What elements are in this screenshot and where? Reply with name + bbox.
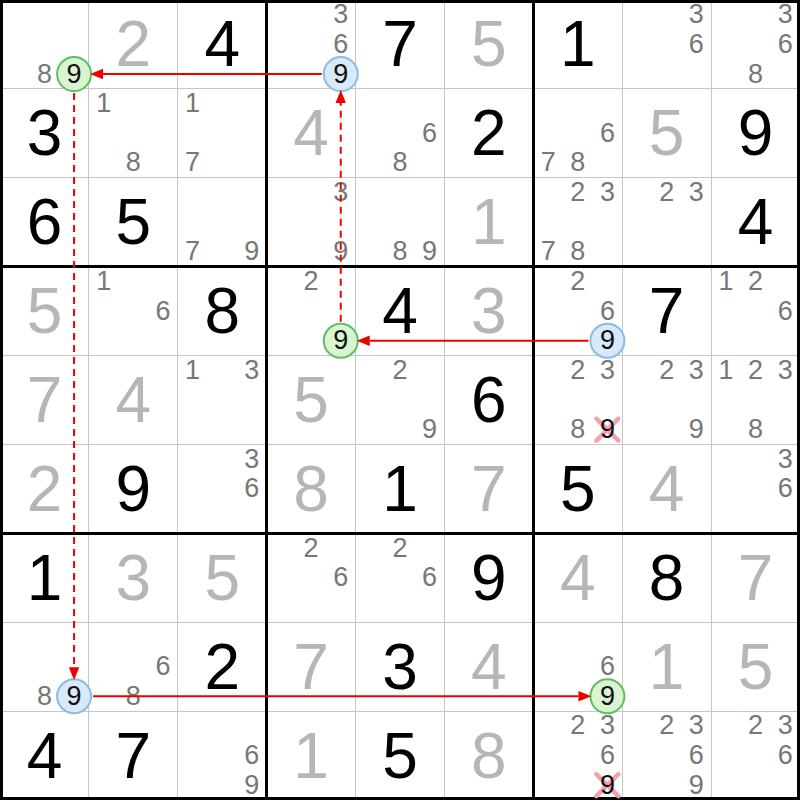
cell-r8c4[interactable]: 7 xyxy=(267,622,356,711)
placed-digit: 3 xyxy=(471,279,507,343)
candidate-2[interactable]: 2 xyxy=(741,267,771,297)
cell-r3c5[interactable]: 89 xyxy=(356,178,445,267)
placed-digit: 3 xyxy=(382,635,418,699)
candidate-6[interactable]: 6 xyxy=(237,474,267,504)
cell-r4c4[interactable]: 29 xyxy=(267,267,356,356)
placed-digit: 9 xyxy=(471,546,507,610)
cell-r4c7[interactable]: 269 xyxy=(533,267,622,356)
pencil-marks: 68 xyxy=(89,622,178,711)
candidate-9[interactable]: 9 xyxy=(681,415,711,445)
cell-r8c7[interactable]: 69 xyxy=(533,622,622,711)
placed-digit: 5 xyxy=(204,546,240,610)
candidate-2[interactable]: 2 xyxy=(652,178,682,208)
pencil-marks: 69 xyxy=(178,711,267,800)
placed-digit: 5 xyxy=(27,279,63,343)
candidate-8[interactable]: 8 xyxy=(30,59,60,89)
candidate-3[interactable]: 3 xyxy=(237,444,267,474)
cell-r9c6[interactable]: 8 xyxy=(444,711,533,800)
candidate-3[interactable]: 3 xyxy=(770,444,800,474)
cell-r6c8[interactable]: 4 xyxy=(622,444,711,533)
cell-r5c6[interactable]: 6 xyxy=(444,356,533,445)
candidate-8[interactable]: 8 xyxy=(741,59,771,89)
cell-r7c4[interactable]: 26 xyxy=(267,533,356,622)
pencil-marks: 239 xyxy=(622,356,711,445)
candidate-9[interactable]: 9 xyxy=(415,237,445,267)
cells-grid: 8924369751363683181746826785965793989123… xyxy=(0,0,800,800)
placed-digit: 8 xyxy=(293,457,329,521)
cell-r6c3[interactable]: 36 xyxy=(178,444,267,533)
candidate-2[interactable]: 2 xyxy=(741,356,771,386)
placed-digit: 3 xyxy=(27,101,63,165)
placed-digit: 8 xyxy=(471,724,507,788)
pencil-marks: 369 xyxy=(267,0,356,89)
candidate-6[interactable]: 6 xyxy=(770,474,800,504)
cell-r6c6[interactable]: 7 xyxy=(444,444,533,533)
placed-digit: 2 xyxy=(116,12,152,76)
placed-digit: 6 xyxy=(27,190,63,254)
placed-digit: 7 xyxy=(116,724,152,788)
pencil-marks: 2369 xyxy=(622,711,711,800)
placed-digit: 7 xyxy=(27,368,63,432)
cell-r2c4[interactable]: 4 xyxy=(267,89,356,178)
candidate-6[interactable]: 6 xyxy=(237,741,267,771)
candidate-1[interactable]: 1 xyxy=(711,267,741,297)
candidate-2[interactable]: 2 xyxy=(563,711,593,741)
candidate-3[interactable]: 3 xyxy=(681,711,711,741)
pencil-marks: 18 xyxy=(89,89,178,178)
cell-r6c9[interactable]: 36 xyxy=(711,444,800,533)
cell-r4c8[interactable]: 7 xyxy=(622,267,711,356)
placed-digit: 5 xyxy=(293,368,329,432)
candidate-8[interactable]: 8 xyxy=(563,148,593,178)
cell-r1c2[interactable]: 2 xyxy=(89,0,178,89)
cell-r7c7[interactable]: 4 xyxy=(533,533,622,622)
placed-digit: 1 xyxy=(560,12,596,76)
placed-digit: 5 xyxy=(560,457,596,521)
cell-r3c3[interactable]: 79 xyxy=(178,178,267,267)
pencil-marks: 2378 xyxy=(533,178,622,267)
cell-r5c9[interactable]: 1238 xyxy=(711,356,800,445)
cell-r3c2[interactable]: 5 xyxy=(89,178,178,267)
candidate-6[interactable]: 6 xyxy=(593,119,623,149)
placed-digit: 2 xyxy=(204,635,240,699)
candidate-6[interactable]: 6 xyxy=(148,296,178,326)
cell-r8c8[interactable]: 1 xyxy=(622,622,711,711)
candidate-1[interactable]: 1 xyxy=(89,267,119,297)
candidate-9[interactable]: 9 xyxy=(237,770,267,800)
placed-digit: 7 xyxy=(738,546,774,610)
candidate-6[interactable]: 6 xyxy=(770,741,800,771)
sudoku-board: 8924369751363683181746826785965793989123… xyxy=(0,0,800,800)
cell-r1c3[interactable]: 4 xyxy=(178,0,267,89)
candidate-2[interactable]: 2 xyxy=(652,356,682,386)
candidate-1[interactable]: 1 xyxy=(89,89,119,119)
placed-digit: 1 xyxy=(649,635,685,699)
pencil-marks: 36 xyxy=(711,444,800,533)
cell-r3c8[interactable]: 23 xyxy=(622,178,711,267)
cell-r7c3[interactable]: 5 xyxy=(178,533,267,622)
candidate-9[interactable]: 9 xyxy=(326,59,356,89)
candidate-3[interactable]: 3 xyxy=(681,178,711,208)
candidate-3[interactable]: 3 xyxy=(770,356,800,386)
candidate-6[interactable]: 6 xyxy=(415,119,445,149)
cell-r2c9[interactable]: 9 xyxy=(711,89,800,178)
cell-r2c1[interactable]: 3 xyxy=(0,89,89,178)
candidate-9[interactable]: 9 xyxy=(593,415,623,445)
placed-digit: 4 xyxy=(471,635,507,699)
pencil-marks: 39 xyxy=(267,178,356,267)
candidate-9[interactable]: 9 xyxy=(593,770,623,800)
placed-digit: 4 xyxy=(27,724,63,788)
placed-digit: 3 xyxy=(116,546,152,610)
candidate-9[interactable]: 9 xyxy=(59,681,89,711)
candidate-2[interactable]: 2 xyxy=(296,533,326,563)
cell-r9c7[interactable]: 2369 xyxy=(533,711,622,800)
candidate-8[interactable]: 8 xyxy=(563,415,593,445)
cell-r9c3[interactable]: 69 xyxy=(178,711,267,800)
candidate-6[interactable]: 6 xyxy=(681,30,711,60)
cell-r5c3[interactable]: 13 xyxy=(178,356,267,445)
pencil-marks: 17 xyxy=(178,89,267,178)
candidate-8[interactable]: 8 xyxy=(741,415,771,445)
pencil-marks: 26 xyxy=(267,533,356,622)
cell-r5c2[interactable]: 4 xyxy=(89,356,178,445)
candidate-3[interactable]: 3 xyxy=(770,0,800,30)
candidate-7[interactable]: 7 xyxy=(533,148,563,178)
cell-r1c8[interactable]: 36 xyxy=(622,0,711,89)
pencil-marks: 2389 xyxy=(533,356,622,445)
pencil-marks: 16 xyxy=(89,267,178,356)
pencil-marks: 68 xyxy=(356,89,445,178)
pencil-marks: 236 xyxy=(711,711,800,800)
candidate-3[interactable]: 3 xyxy=(593,711,623,741)
placed-digit: 5 xyxy=(738,635,774,699)
candidate-7[interactable]: 7 xyxy=(178,237,208,267)
candidate-1[interactable]: 1 xyxy=(178,356,208,386)
candidate-9[interactable]: 9 xyxy=(593,681,623,711)
cell-r7c1[interactable]: 1 xyxy=(0,533,89,622)
pencil-marks: 269 xyxy=(533,267,622,356)
candidate-3[interactable]: 3 xyxy=(593,356,623,386)
placed-digit: 4 xyxy=(382,279,418,343)
candidate-3[interactable]: 3 xyxy=(593,178,623,208)
placed-digit: 5 xyxy=(116,190,152,254)
cell-r4c9[interactable]: 126 xyxy=(711,267,800,356)
candidate-3[interactable]: 3 xyxy=(237,356,267,386)
cell-r7c9[interactable]: 7 xyxy=(711,533,800,622)
cell-r8c5[interactable]: 3 xyxy=(356,622,445,711)
cell-r8c9[interactable]: 5 xyxy=(711,622,800,711)
candidate-2[interactable]: 2 xyxy=(563,267,593,297)
candidate-8[interactable]: 8 xyxy=(385,237,415,267)
cell-r1c7[interactable]: 1 xyxy=(533,0,622,89)
cell-r6c1[interactable]: 2 xyxy=(0,444,89,533)
placed-digit: 1 xyxy=(471,190,507,254)
cell-r9c4[interactable]: 1 xyxy=(267,711,356,800)
pencil-marks: 1238 xyxy=(711,356,800,445)
cell-r1c9[interactable]: 368 xyxy=(711,0,800,89)
pencil-marks: 36 xyxy=(178,444,267,533)
pencil-marks: 89 xyxy=(0,0,89,89)
candidate-6[interactable]: 6 xyxy=(770,30,800,60)
cell-r3c9[interactable]: 4 xyxy=(711,178,800,267)
candidate-2[interactable]: 2 xyxy=(563,356,593,386)
pencil-marks: 13 xyxy=(178,356,267,445)
candidate-2[interactable]: 2 xyxy=(741,711,771,741)
cell-r8c6[interactable]: 4 xyxy=(444,622,533,711)
pencil-marks: 678 xyxy=(533,89,622,178)
cell-r6c5[interactable]: 1 xyxy=(356,444,445,533)
candidate-3[interactable]: 3 xyxy=(326,178,356,208)
cell-r3c6[interactable]: 1 xyxy=(444,178,533,267)
placed-digit: 7 xyxy=(471,457,507,521)
placed-digit: 9 xyxy=(116,457,152,521)
candidate-2[interactable]: 2 xyxy=(563,178,593,208)
candidate-3[interactable]: 3 xyxy=(770,711,800,741)
placed-digit: 4 xyxy=(649,457,685,521)
cell-r2c5[interactable]: 68 xyxy=(356,89,445,178)
candidate-6[interactable]: 6 xyxy=(148,652,178,682)
pencil-marks: 368 xyxy=(711,0,800,89)
placed-digit: 8 xyxy=(204,279,240,343)
pencil-marks: 36 xyxy=(622,0,711,89)
cell-r5c8[interactable]: 239 xyxy=(622,356,711,445)
candidate-6[interactable]: 6 xyxy=(593,652,623,682)
candidate-9[interactable]: 9 xyxy=(415,415,445,445)
cell-r9c5[interactable]: 5 xyxy=(356,711,445,800)
cell-r4c1[interactable]: 5 xyxy=(0,267,89,356)
cell-r3c1[interactable]: 6 xyxy=(0,178,89,267)
cell-r2c6[interactable]: 2 xyxy=(444,89,533,178)
candidate-3[interactable]: 3 xyxy=(681,356,711,386)
candidate-2[interactable]: 2 xyxy=(652,711,682,741)
candidate-8[interactable]: 8 xyxy=(30,681,60,711)
pencil-marks: 26 xyxy=(356,533,445,622)
cell-r6c4[interactable]: 8 xyxy=(267,444,356,533)
placed-digit: 1 xyxy=(382,457,418,521)
cell-r9c9[interactable]: 236 xyxy=(711,711,800,800)
placed-digit: 1 xyxy=(293,724,329,788)
pencil-marks: 79 xyxy=(178,178,267,267)
placed-digit: 4 xyxy=(560,546,596,610)
cell-r4c6[interactable]: 3 xyxy=(444,267,533,356)
cell-r6c7[interactable]: 5 xyxy=(533,444,622,533)
candidate-6[interactable]: 6 xyxy=(593,296,623,326)
placed-digit: 5 xyxy=(382,724,418,788)
placed-digit: 1 xyxy=(27,546,63,610)
cell-r4c3[interactable]: 8 xyxy=(178,267,267,356)
cell-r5c4[interactable]: 5 xyxy=(267,356,356,445)
placed-digit: 5 xyxy=(649,101,685,165)
candidate-8[interactable]: 8 xyxy=(119,681,149,711)
cell-r6c2[interactable]: 9 xyxy=(89,444,178,533)
cell-r2c2[interactable]: 18 xyxy=(89,89,178,178)
pencil-marks: 89 xyxy=(356,178,445,267)
pencil-marks: 23 xyxy=(622,178,711,267)
candidate-2[interactable]: 2 xyxy=(385,356,415,386)
placed-digit: 7 xyxy=(649,279,685,343)
candidate-1[interactable]: 1 xyxy=(178,89,208,119)
candidate-9[interactable]: 9 xyxy=(326,326,356,356)
placed-digit: 4 xyxy=(293,101,329,165)
candidate-2[interactable]: 2 xyxy=(296,267,326,297)
cell-r2c8[interactable]: 5 xyxy=(622,89,711,178)
cell-r1c5[interactable]: 7 xyxy=(356,0,445,89)
placed-digit: 4 xyxy=(204,12,240,76)
candidate-9[interactable]: 9 xyxy=(59,59,89,89)
cell-r7c6[interactable]: 9 xyxy=(444,533,533,622)
pencil-marks: 89 xyxy=(0,622,89,711)
candidate-6[interactable]: 6 xyxy=(326,563,356,593)
candidate-9[interactable]: 9 xyxy=(593,326,623,356)
cell-r9c2[interactable]: 7 xyxy=(89,711,178,800)
cell-r5c1[interactable]: 7 xyxy=(0,356,89,445)
cell-r1c4[interactable]: 369 xyxy=(267,0,356,89)
placed-digit: 5 xyxy=(471,12,507,76)
cell-r7c8[interactable]: 8 xyxy=(622,533,711,622)
cell-r1c6[interactable]: 5 xyxy=(444,0,533,89)
pencil-marks: 2369 xyxy=(533,711,622,800)
cell-r2c7[interactable]: 678 xyxy=(533,89,622,178)
candidate-8[interactable]: 8 xyxy=(563,237,593,267)
cell-r3c4[interactable]: 39 xyxy=(267,178,356,267)
cell-r5c7[interactable]: 2389 xyxy=(533,356,622,445)
placed-digit: 7 xyxy=(382,12,418,76)
placed-digit: 2 xyxy=(471,101,507,165)
candidate-9[interactable]: 9 xyxy=(237,237,267,267)
candidate-6[interactable]: 6 xyxy=(770,296,800,326)
cell-r2c3[interactable]: 17 xyxy=(178,89,267,178)
candidate-9[interactable]: 9 xyxy=(326,237,356,267)
placed-digit: 2 xyxy=(27,457,63,521)
cell-r7c2[interactable]: 3 xyxy=(89,533,178,622)
cell-r4c5[interactable]: 4 xyxy=(356,267,445,356)
candidate-6[interactable]: 6 xyxy=(326,30,356,60)
candidate-6[interactable]: 6 xyxy=(681,741,711,771)
cell-r8c1[interactable]: 89 xyxy=(0,622,89,711)
candidate-8[interactable]: 8 xyxy=(385,148,415,178)
candidate-7[interactable]: 7 xyxy=(533,237,563,267)
candidate-9[interactable]: 9 xyxy=(681,770,711,800)
placed-digit: 8 xyxy=(649,546,685,610)
candidate-1[interactable]: 1 xyxy=(711,356,741,386)
candidate-7[interactable]: 7 xyxy=(178,148,208,178)
pencil-marks: 29 xyxy=(356,356,445,445)
cell-r7c5[interactable]: 26 xyxy=(356,533,445,622)
cell-r8c2[interactable]: 68 xyxy=(89,622,178,711)
candidate-3[interactable]: 3 xyxy=(326,0,356,30)
cell-r8c3[interactable]: 2 xyxy=(178,622,267,711)
cell-r9c8[interactable]: 2369 xyxy=(622,711,711,800)
cell-r1c1[interactable]: 89 xyxy=(0,0,89,89)
cell-r5c5[interactable]: 29 xyxy=(356,356,445,445)
cell-r4c2[interactable]: 16 xyxy=(89,267,178,356)
cell-r3c7[interactable]: 2378 xyxy=(533,178,622,267)
candidate-3[interactable]: 3 xyxy=(681,0,711,30)
placed-digit: 4 xyxy=(738,190,774,254)
pencil-marks: 69 xyxy=(533,622,622,711)
placed-digit: 9 xyxy=(738,101,774,165)
cell-r9c1[interactable]: 4 xyxy=(0,711,89,800)
placed-digit: 4 xyxy=(116,368,152,432)
placed-digit: 6 xyxy=(471,368,507,432)
candidate-6[interactable]: 6 xyxy=(415,563,445,593)
candidate-2[interactable]: 2 xyxy=(385,533,415,563)
candidate-6[interactable]: 6 xyxy=(593,741,623,771)
placed-digit: 7 xyxy=(293,635,329,699)
candidate-8[interactable]: 8 xyxy=(119,148,149,178)
pencil-marks: 126 xyxy=(711,267,800,356)
pencil-marks: 29 xyxy=(267,267,356,356)
